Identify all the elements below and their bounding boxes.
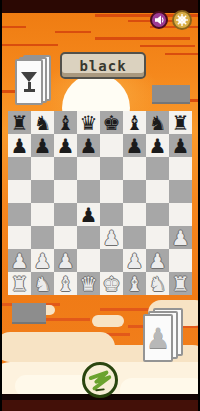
square-h8[interactable]: ♜: [169, 111, 192, 134]
square-a3[interactable]: [8, 226, 31, 249]
square-d3[interactable]: [77, 226, 100, 249]
square-d5[interactable]: [77, 180, 100, 203]
turn-indicator: black: [60, 52, 146, 79]
square-d4[interactable]: ♟: [77, 203, 100, 226]
square-b8[interactable]: ♞: [31, 111, 54, 134]
white-card-stack[interactable]: ♟: [143, 308, 185, 364]
piece-black-rook[interactable]: ♜: [172, 113, 190, 133]
piece-white-bishop[interactable]: ♝: [57, 274, 75, 294]
settings-button[interactable]: [172, 10, 192, 30]
game-screen: black ♜♞♝♛♚♝♞♜♟♟♟♟♟♟♟♟♟♟♟♟♟♟♟♜♞♝♛♚♝♞♜ ♟: [0, 0, 200, 411]
sunset-streak: [55, 31, 91, 33]
piece-white-pawn[interactable]: ♟: [11, 251, 29, 271]
square-d1[interactable]: ♛: [77, 272, 100, 295]
piece-white-pawn[interactable]: ♟: [103, 228, 121, 248]
top-bar: [0, 0, 200, 13]
square-f5[interactable]: [123, 180, 146, 203]
piece-black-pawn[interactable]: ♟: [80, 205, 98, 225]
square-d8[interactable]: ♛: [77, 111, 100, 134]
piece-white-knight[interactable]: ♞: [34, 274, 52, 294]
piece-black-pawn[interactable]: ♟: [149, 136, 167, 156]
piece-black-knight[interactable]: ♞: [149, 113, 167, 133]
square-e3[interactable]: ♟: [100, 226, 123, 249]
square-b4[interactable]: [31, 203, 54, 226]
square-c4[interactable]: [54, 203, 77, 226]
square-h1[interactable]: ♜: [169, 272, 192, 295]
square-c3[interactable]: [54, 226, 77, 249]
piece-white-pawn[interactable]: ♟: [172, 228, 190, 248]
square-b5[interactable]: [31, 180, 54, 203]
square-h6[interactable]: [169, 157, 192, 180]
sound-button[interactable]: [150, 11, 168, 29]
cloud: [92, 315, 124, 327]
piece-black-pawn[interactable]: ♟: [126, 136, 144, 156]
piece-black-rook[interactable]: ♜: [11, 113, 29, 133]
gear-icon: [175, 13, 189, 27]
square-g5[interactable]: [146, 180, 169, 203]
square-c5[interactable]: [54, 180, 77, 203]
square-b3[interactable]: [31, 226, 54, 249]
square-h7[interactable]: ♟: [169, 134, 192, 157]
bottom-bar: [0, 400, 200, 411]
piece-white-knight[interactable]: ♞: [149, 274, 167, 294]
square-g3[interactable]: [146, 226, 169, 249]
white-captured-tray: [12, 303, 46, 324]
right-edge: [198, 0, 200, 411]
square-c1[interactable]: ♝: [54, 272, 77, 295]
square-d6[interactable]: [77, 157, 100, 180]
square-g2[interactable]: ♟: [146, 249, 169, 272]
square-h2[interactable]: [169, 249, 192, 272]
square-e8[interactable]: ♚: [100, 111, 123, 134]
piece-black-pawn[interactable]: ♟: [57, 136, 75, 156]
square-a8[interactable]: ♜: [8, 111, 31, 134]
black-card-stack[interactable]: [15, 55, 55, 109]
square-g7[interactable]: ♟: [146, 134, 169, 157]
square-e5[interactable]: [100, 180, 123, 203]
square-a4[interactable]: [8, 203, 31, 226]
square-e4[interactable]: [100, 203, 123, 226]
piece-black-pawn[interactable]: ♟: [172, 136, 190, 156]
square-f7[interactable]: ♟: [123, 134, 146, 157]
square-a2[interactable]: ♟: [8, 249, 31, 272]
square-c8[interactable]: ♝: [54, 111, 77, 134]
square-b1[interactable]: ♞: [31, 272, 54, 295]
sunset-streak: [95, 37, 190, 40]
square-h4[interactable]: [169, 203, 192, 226]
square-c6[interactable]: [54, 157, 77, 180]
piece-black-bishop[interactable]: ♝: [57, 113, 75, 133]
square-f3[interactable]: [123, 226, 146, 249]
square-b6[interactable]: [31, 157, 54, 180]
square-f6[interactable]: [123, 157, 146, 180]
white-pawn-icon: ♟: [143, 314, 173, 362]
square-h3[interactable]: ♟: [169, 226, 192, 249]
square-e7[interactable]: [100, 134, 123, 157]
square-a5[interactable]: [8, 180, 31, 203]
square-f1[interactable]: ♝: [123, 272, 146, 295]
turn-indicator-text: black: [79, 58, 126, 74]
sunset-streak: [140, 45, 195, 47]
piece-black-king[interactable]: ♚: [103, 113, 121, 133]
left-edge: [0, 0, 2, 411]
square-a6[interactable]: [8, 157, 31, 180]
piece-white-king[interactable]: ♚: [103, 274, 121, 294]
square-a7[interactable]: ♟: [8, 134, 31, 157]
sunset-streak: [165, 53, 200, 55]
square-a1[interactable]: ♜: [8, 272, 31, 295]
square-f2[interactable]: ♟: [123, 249, 146, 272]
square-e6[interactable]: [100, 157, 123, 180]
piece-white-pawn[interactable]: ♟: [57, 251, 75, 271]
square-g6[interactable]: [146, 157, 169, 180]
piece-white-rook[interactable]: ♜: [11, 274, 29, 294]
zigzag-icon: [86, 366, 114, 394]
logo-button[interactable]: [82, 362, 118, 398]
black-captured-tray: [152, 85, 190, 104]
square-c7[interactable]: ♟: [54, 134, 77, 157]
square-c2[interactable]: ♟: [54, 249, 77, 272]
piece-black-pawn[interactable]: ♟: [11, 136, 29, 156]
piece-white-queen[interactable]: ♛: [80, 274, 98, 294]
square-e1[interactable]: ♚: [100, 272, 123, 295]
piece-white-rook[interactable]: ♜: [172, 274, 190, 294]
square-f4[interactable]: [123, 203, 146, 226]
sunset-streak: [0, 44, 58, 46]
chess-board: ♜♞♝♛♚♝♞♜♟♟♟♟♟♟♟♟♟♟♟♟♟♟♟♜♞♝♛♚♝♞♜: [8, 111, 192, 295]
square-e2[interactable]: [100, 249, 123, 272]
piece-black-queen[interactable]: ♛: [80, 113, 98, 133]
square-h5[interactable]: [169, 180, 192, 203]
square-d2[interactable]: [77, 249, 100, 272]
square-g8[interactable]: ♞: [146, 111, 169, 134]
square-g4[interactable]: [146, 203, 169, 226]
sunset-streak: [0, 26, 26, 28]
piece-white-bishop[interactable]: ♝: [126, 274, 144, 294]
piece-black-pawn[interactable]: ♟: [80, 136, 98, 156]
square-d7[interactable]: ♟: [77, 134, 100, 157]
speaker-icon: [153, 14, 165, 26]
square-b7[interactable]: ♟: [31, 134, 54, 157]
piece-black-bishop[interactable]: ♝: [126, 113, 144, 133]
square-g1[interactable]: ♞: [146, 272, 169, 295]
black-piece-icon: [15, 59, 43, 105]
piece-black-knight[interactable]: ♞: [34, 113, 52, 133]
piece-white-pawn[interactable]: ♟: [126, 251, 144, 271]
piece-white-pawn[interactable]: ♟: [34, 251, 52, 271]
square-f8[interactable]: ♝: [123, 111, 146, 134]
square-b2[interactable]: ♟: [31, 249, 54, 272]
piece-white-pawn[interactable]: ♟: [149, 251, 167, 271]
piece-black-pawn[interactable]: ♟: [34, 136, 52, 156]
